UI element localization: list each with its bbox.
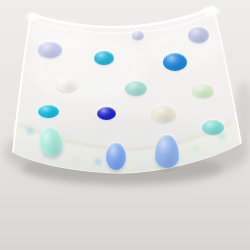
dot-lavender-left <box>38 42 62 58</box>
dot-lavender-back-small <box>132 31 144 40</box>
dot-turquoise-upper <box>94 51 114 65</box>
dot-turquoise-lower-left <box>38 105 59 118</box>
dot-white-left <box>56 77 78 92</box>
drip-aqua-left <box>37 125 66 159</box>
dot-azure-right <box>163 53 187 71</box>
dot-ivory-lower <box>151 105 176 123</box>
dot-royalblue-center <box>97 107 116 120</box>
dot-lavender-back-right <box>188 27 209 43</box>
photo-scene <box>0 0 250 250</box>
dot-aqua-right-edge <box>202 120 224 135</box>
dot-mint-center <box>125 81 147 96</box>
drip-periwinkle-center <box>106 143 126 170</box>
drip-blue-teardrop <box>155 135 179 168</box>
glass-dots-layer <box>0 0 250 250</box>
dot-palegreen-right <box>192 84 214 98</box>
